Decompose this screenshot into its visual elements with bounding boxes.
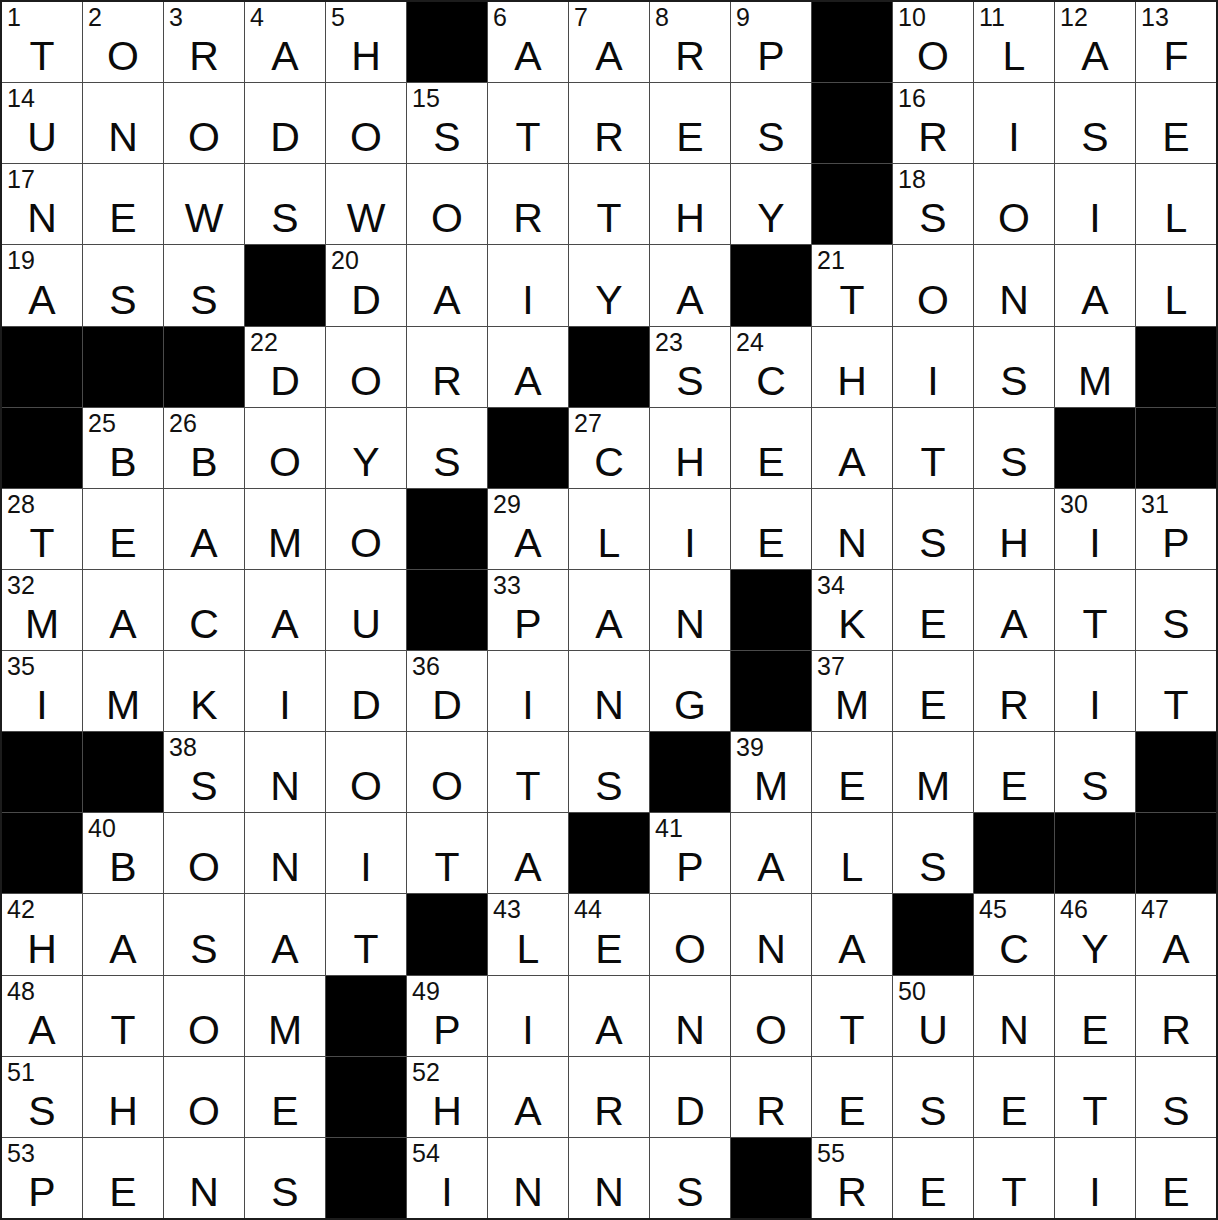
cell-r4c12[interactable]: O	[893, 245, 973, 325]
cell-r5c11[interactable]: H	[812, 327, 892, 407]
cell-letter: O	[407, 198, 487, 239]
cell-r5c7[interactable]: A	[488, 327, 568, 407]
cell-r8c14[interactable]: T	[1055, 570, 1135, 650]
cell-r9c3[interactable]: K	[164, 651, 244, 731]
cell-letter: I	[1055, 685, 1135, 726]
cell-r10c5[interactable]: O	[326, 732, 406, 812]
cell-r3c13[interactable]: O	[974, 164, 1054, 244]
cell-letter: O	[326, 117, 406, 158]
cell-r3c12[interactable]: 18S	[893, 164, 973, 244]
cell-r4c11[interactable]: 21T	[812, 245, 892, 325]
cell-letter: S	[893, 1091, 973, 1132]
cell-r6c9[interactable]: H	[650, 408, 730, 488]
black-cell-r10c2	[83, 732, 163, 812]
cell-r15c7[interactable]: N	[488, 1138, 568, 1218]
cell-r15c9[interactable]: S	[650, 1138, 730, 1218]
clue-number: 50	[898, 978, 926, 1004]
cell-r4c13[interactable]: N	[974, 245, 1054, 325]
cell-letter: E	[812, 1091, 892, 1132]
cell-r15c4[interactable]: S	[245, 1138, 325, 1218]
cell-letter: P	[1136, 523, 1216, 564]
cell-r1c1[interactable]: 1T	[2, 2, 82, 82]
cell-r2c2[interactable]: N	[83, 83, 163, 163]
clue-number: 10	[898, 4, 926, 30]
cell-letter: R	[488, 198, 568, 239]
cell-r7c9[interactable]: I	[650, 489, 730, 569]
cell-r13c9[interactable]: N	[650, 976, 730, 1056]
cell-r11c6[interactable]: T	[407, 813, 487, 893]
cell-r12c5[interactable]: T	[326, 894, 406, 974]
cell-r15c1[interactable]: 53P	[2, 1138, 82, 1218]
clue-number: 48	[7, 978, 35, 1004]
cell-r10c3[interactable]: 38S	[164, 732, 244, 812]
cell-letter: S	[164, 929, 244, 970]
cell-r12c8[interactable]: 44E	[569, 894, 649, 974]
cell-letter: A	[83, 929, 163, 970]
cell-r10c7[interactable]: T	[488, 732, 568, 812]
clue-number: 47	[1141, 896, 1169, 922]
cell-r6c12[interactable]: T	[893, 408, 973, 488]
black-cell-r1c11	[812, 2, 892, 82]
cell-letter: R	[407, 361, 487, 402]
cell-letter: L	[1136, 198, 1216, 239]
clue-number: 41	[655, 815, 683, 841]
cell-letter: E	[812, 766, 892, 807]
black-cell-r7c6	[407, 489, 487, 569]
cell-r11c11[interactable]: L	[812, 813, 892, 893]
cell-r10c12[interactable]: M	[893, 732, 973, 812]
cell-letter: A	[488, 847, 568, 888]
clue-number: 26	[169, 410, 197, 436]
cell-r7c5[interactable]: O	[326, 489, 406, 569]
cell-r5c13[interactable]: S	[974, 327, 1054, 407]
cell-r4c6[interactable]: A	[407, 245, 487, 325]
clue-number: 27	[574, 410, 602, 436]
cell-r1c13[interactable]: 11L	[974, 2, 1054, 82]
cell-r9c9[interactable]: G	[650, 651, 730, 731]
clue-number: 5	[331, 4, 345, 30]
cell-r6c10[interactable]: E	[731, 408, 811, 488]
cell-r6c6[interactable]: S	[407, 408, 487, 488]
cell-letter: E	[893, 1172, 973, 1213]
cell-letter: H	[83, 1091, 163, 1132]
cell-r12c13[interactable]: 45C	[974, 894, 1054, 974]
cell-r10c11[interactable]: E	[812, 732, 892, 812]
cell-r2c8[interactable]: R	[569, 83, 649, 163]
cell-r14c7[interactable]: A	[488, 1057, 568, 1137]
cell-r4c3[interactable]: S	[164, 245, 244, 325]
clue-number: 25	[88, 410, 116, 436]
cell-r5c9[interactable]: 23S	[650, 327, 730, 407]
cell-r3c3[interactable]: W	[164, 164, 244, 244]
cell-r2c13[interactable]: I	[974, 83, 1054, 163]
cell-r12c3[interactable]: S	[164, 894, 244, 974]
cell-r15c14[interactable]: I	[1055, 1138, 1135, 1218]
cell-letter: U	[2, 117, 82, 158]
cell-r2c9[interactable]: E	[650, 83, 730, 163]
cell-r1c10[interactable]: 9P	[731, 2, 811, 82]
cell-r3c9[interactable]: H	[650, 164, 730, 244]
clue-number: 35	[7, 653, 35, 679]
cell-letter: M	[2, 604, 82, 645]
cell-r15c13[interactable]: T	[974, 1138, 1054, 1218]
cell-letter: H	[650, 442, 730, 483]
cell-letter: T	[974, 1172, 1054, 1213]
cell-r15c15[interactable]: E	[1136, 1138, 1216, 1218]
crossword-grid: 1T2O3R4A5H6A7A8R9P10O11L12A13F14UNODO15S…	[0, 0, 1218, 1220]
cell-r4c15[interactable]: L	[1136, 245, 1216, 325]
cell-r1c2[interactable]: 2O	[83, 2, 163, 82]
cell-r11c9[interactable]: 41P	[650, 813, 730, 893]
cell-r15c2[interactable]: E	[83, 1138, 163, 1218]
cell-letter: S	[893, 523, 973, 564]
cell-r13c12[interactable]: 50U	[893, 976, 973, 1056]
cell-r7c7[interactable]: 29A	[488, 489, 568, 569]
clue-number: 23	[655, 329, 683, 355]
cell-r6c11[interactable]: A	[812, 408, 892, 488]
cell-r14c1[interactable]: 51S	[2, 1057, 82, 1137]
cell-letter: E	[1136, 1172, 1216, 1213]
cell-r12c2[interactable]: A	[83, 894, 163, 974]
cell-r2c15[interactable]: E	[1136, 83, 1216, 163]
cell-r2c1[interactable]: 14U	[2, 83, 82, 163]
cell-letter: L	[812, 847, 892, 888]
cell-letter: W	[164, 198, 244, 239]
cell-r8c5[interactable]: U	[326, 570, 406, 650]
cell-r4c7[interactable]: I	[488, 245, 568, 325]
cell-r8c15[interactable]: S	[1136, 570, 1216, 650]
cell-r14c12[interactable]: S	[893, 1057, 973, 1137]
cell-r2c6[interactable]: 15S	[407, 83, 487, 163]
cell-r8c4[interactable]: A	[245, 570, 325, 650]
cell-r3c2[interactable]: E	[83, 164, 163, 244]
cell-r1c7[interactable]: 6A	[488, 2, 568, 82]
cell-r9c14[interactable]: I	[1055, 651, 1135, 731]
cell-r9c5[interactable]: D	[326, 651, 406, 731]
cell-r7c4[interactable]: M	[245, 489, 325, 569]
cell-letter: N	[164, 1172, 244, 1213]
cell-r14c9[interactable]: D	[650, 1057, 730, 1137]
black-cell-r14c5	[326, 1057, 406, 1137]
clue-number: 37	[817, 653, 845, 679]
black-cell-r1c6	[407, 2, 487, 82]
cell-r9c11[interactable]: 37M	[812, 651, 892, 731]
cell-r4c1[interactable]: 19A	[2, 245, 82, 325]
cell-letter: S	[569, 766, 649, 807]
cell-r8c3[interactable]: C	[164, 570, 244, 650]
cell-letter: N	[974, 1010, 1054, 1051]
cell-r7c15[interactable]: 31P	[1136, 489, 1216, 569]
cell-letter: T	[407, 847, 487, 888]
cell-r6c3[interactable]: 26B	[164, 408, 244, 488]
cell-r11c7[interactable]: A	[488, 813, 568, 893]
cell-letter: I	[2, 685, 82, 726]
cell-letter: R	[650, 36, 730, 77]
cell-r13c2[interactable]: T	[83, 976, 163, 1056]
cell-letter: S	[83, 280, 163, 321]
cell-letter: C	[974, 929, 1054, 970]
cell-r13c6[interactable]: 49P	[407, 976, 487, 1056]
cell-r12c4[interactable]: A	[245, 894, 325, 974]
cell-r8c12[interactable]: E	[893, 570, 973, 650]
cell-r8c1[interactable]: 32M	[2, 570, 82, 650]
cell-r1c12[interactable]: 10O	[893, 2, 973, 82]
cell-r2c3[interactable]: O	[164, 83, 244, 163]
cell-letter: K	[812, 604, 892, 645]
cell-r8c8[interactable]: A	[569, 570, 649, 650]
cell-r9c6[interactable]: 36D	[407, 651, 487, 731]
cell-r11c5[interactable]: I	[326, 813, 406, 893]
clue-number: 31	[1141, 491, 1169, 517]
cell-r15c12[interactable]: E	[893, 1138, 973, 1218]
cell-r13c10[interactable]: O	[731, 976, 811, 1056]
cell-r9c13[interactable]: R	[974, 651, 1054, 731]
cell-letter: N	[569, 685, 649, 726]
cell-letter: A	[488, 361, 568, 402]
cell-r1c5[interactable]: 5H	[326, 2, 406, 82]
cell-letter: D	[407, 685, 487, 726]
cell-r3c5[interactable]: W	[326, 164, 406, 244]
cell-r14c4[interactable]: E	[245, 1057, 325, 1137]
cell-r7c8[interactable]: L	[569, 489, 649, 569]
cell-r10c4[interactable]: N	[245, 732, 325, 812]
cell-r4c9[interactable]: A	[650, 245, 730, 325]
cell-r12c10[interactable]: N	[731, 894, 811, 974]
clue-number: 55	[817, 1140, 845, 1166]
clue-number: 39	[736, 734, 764, 760]
cell-r8c7[interactable]: 33P	[488, 570, 568, 650]
cell-r6c4[interactable]: O	[245, 408, 325, 488]
cell-r9c1[interactable]: 35I	[2, 651, 82, 731]
cell-letter: H	[974, 523, 1054, 564]
cell-r4c2[interactable]: S	[83, 245, 163, 325]
cell-r5c14[interactable]: M	[1055, 327, 1135, 407]
clue-number: 22	[250, 329, 278, 355]
cell-r4c5[interactable]: 20D	[326, 245, 406, 325]
cell-r13c8[interactable]: A	[569, 976, 649, 1056]
black-cell-r6c14	[1055, 408, 1135, 488]
cell-r3c15[interactable]: L	[1136, 164, 1216, 244]
cell-letter: U	[893, 1010, 973, 1051]
cell-r1c4[interactable]: 4A	[245, 2, 325, 82]
cell-r10c10[interactable]: 39M	[731, 732, 811, 812]
cell-letter: N	[488, 1172, 568, 1213]
cell-letter: O	[407, 766, 487, 807]
cell-letter: L	[488, 929, 568, 970]
cell-letter: S	[974, 442, 1054, 483]
cell-r8c2[interactable]: A	[83, 570, 163, 650]
cell-r1c9[interactable]: 8R	[650, 2, 730, 82]
cell-letter: S	[893, 198, 973, 239]
cell-letter: S	[245, 1172, 325, 1213]
cell-r11c10[interactable]: A	[731, 813, 811, 893]
cell-r10c6[interactable]: O	[407, 732, 487, 812]
cell-r11c4[interactable]: N	[245, 813, 325, 893]
cell-r3c1[interactable]: 17N	[2, 164, 82, 244]
cell-r1c3[interactable]: 3R	[164, 2, 244, 82]
cell-r7c1[interactable]: 28T	[2, 489, 82, 569]
cell-letter: P	[2, 1172, 82, 1213]
cell-r3c10[interactable]: Y	[731, 164, 811, 244]
cell-r13c15[interactable]: R	[1136, 976, 1216, 1056]
cell-r7c13[interactable]: H	[974, 489, 1054, 569]
cell-r14c8[interactable]: R	[569, 1057, 649, 1137]
cell-letter: A	[812, 442, 892, 483]
cell-r10c13[interactable]: E	[974, 732, 1054, 812]
cell-r5c5[interactable]: O	[326, 327, 406, 407]
cell-r14c14[interactable]: T	[1055, 1057, 1135, 1137]
cell-r15c3[interactable]: N	[164, 1138, 244, 1218]
clue-number: 30	[1060, 491, 1088, 517]
cell-r3c14[interactable]: I	[1055, 164, 1135, 244]
cell-r3c7[interactable]: R	[488, 164, 568, 244]
cell-r8c13[interactable]: A	[974, 570, 1054, 650]
cell-letter: S	[1136, 604, 1216, 645]
cell-r9c4[interactable]: I	[245, 651, 325, 731]
cell-r14c10[interactable]: R	[731, 1057, 811, 1137]
cell-r10c8[interactable]: S	[569, 732, 649, 812]
cell-r2c14[interactable]: S	[1055, 83, 1135, 163]
black-cell-r8c6	[407, 570, 487, 650]
cell-letter: R	[731, 1091, 811, 1132]
cell-letter: I	[488, 685, 568, 726]
black-cell-r10c1	[2, 732, 82, 812]
cell-r3c6[interactable]: O	[407, 164, 487, 244]
cell-r12c14[interactable]: 46Y	[1055, 894, 1135, 974]
cell-letter: A	[650, 280, 730, 321]
cell-r5c12[interactable]: I	[893, 327, 973, 407]
cell-r7c3[interactable]: A	[164, 489, 244, 569]
cell-letter: S	[650, 1172, 730, 1213]
cell-r4c8[interactable]: Y	[569, 245, 649, 325]
cell-r7c12[interactable]: S	[893, 489, 973, 569]
cell-r3c4[interactable]: S	[245, 164, 325, 244]
cell-r6c13[interactable]: S	[974, 408, 1054, 488]
clue-number: 14	[7, 85, 35, 111]
clue-number: 40	[88, 815, 116, 841]
cell-r13c1[interactable]: 48A	[2, 976, 82, 1056]
cell-r9c7[interactable]: I	[488, 651, 568, 731]
cell-r13c4[interactable]: M	[245, 976, 325, 1056]
black-cell-r6c15	[1136, 408, 1216, 488]
cell-letter: A	[164, 523, 244, 564]
cell-r4c14[interactable]: A	[1055, 245, 1135, 325]
cell-r8c11[interactable]: 34K	[812, 570, 892, 650]
cell-r12c7[interactable]: 43L	[488, 894, 568, 974]
cell-r1c8[interactable]: 7A	[569, 2, 649, 82]
cell-r15c11[interactable]: 55R	[812, 1138, 892, 1218]
cell-r7c11[interactable]: N	[812, 489, 892, 569]
cell-r2c4[interactable]: D	[245, 83, 325, 163]
black-cell-r10c9	[650, 732, 730, 812]
cell-r7c10[interactable]: E	[731, 489, 811, 569]
clue-number: 29	[493, 491, 521, 517]
cell-r9c15[interactable]: T	[1136, 651, 1216, 731]
cell-letter: N	[812, 523, 892, 564]
cell-r12c11[interactable]: A	[812, 894, 892, 974]
cell-letter: R	[893, 117, 973, 158]
cell-letter: C	[569, 442, 649, 483]
cell-letter: I	[974, 117, 1054, 158]
cell-r2c7[interactable]: T	[488, 83, 568, 163]
cell-letter: E	[974, 766, 1054, 807]
cell-letter: T	[812, 1010, 892, 1051]
cell-r15c6[interactable]: 54I	[407, 1138, 487, 1218]
cell-r5c10[interactable]: 24C	[731, 327, 811, 407]
black-cell-r10c15	[1136, 732, 1216, 812]
cell-r15c8[interactable]: N	[569, 1138, 649, 1218]
cell-r12c9[interactable]: O	[650, 894, 730, 974]
cell-r9c12[interactable]: E	[893, 651, 973, 731]
cell-r6c8[interactable]: 27C	[569, 408, 649, 488]
cell-letter: O	[164, 1010, 244, 1051]
cell-r7c14[interactable]: 30I	[1055, 489, 1135, 569]
cell-r12c1[interactable]: 42H	[2, 894, 82, 974]
cell-r13c14[interactable]: E	[1055, 976, 1135, 1056]
cell-r7c2[interactable]: E	[83, 489, 163, 569]
cell-r12c15[interactable]: 47A	[1136, 894, 1216, 974]
cell-r13c11[interactable]: T	[812, 976, 892, 1056]
cell-r8c9[interactable]: N	[650, 570, 730, 650]
cell-r14c3[interactable]: O	[164, 1057, 244, 1137]
cell-r14c13[interactable]: E	[974, 1057, 1054, 1137]
cell-r9c8[interactable]: N	[569, 651, 649, 731]
clue-number: 3	[169, 4, 183, 30]
cell-r1c14[interactable]: 12A	[1055, 2, 1135, 82]
cell-r2c12[interactable]: 16R	[893, 83, 973, 163]
cell-r11c12[interactable]: S	[893, 813, 973, 893]
cell-r6c5[interactable]: Y	[326, 408, 406, 488]
cell-r11c3[interactable]: O	[164, 813, 244, 893]
cell-r13c7[interactable]: I	[488, 976, 568, 1056]
black-cell-r11c13	[974, 813, 1054, 893]
cell-letter: Y	[731, 198, 811, 239]
cell-letter: I	[650, 523, 730, 564]
clue-number: 11	[979, 4, 1005, 30]
cell-r11c2[interactable]: 40B	[83, 813, 163, 893]
cell-letter: I	[245, 685, 325, 726]
black-cell-r9c10	[731, 651, 811, 731]
cell-r14c15[interactable]: S	[1136, 1057, 1216, 1137]
cell-r1c15[interactable]: 13F	[1136, 2, 1216, 82]
cell-r6c2[interactable]: 25B	[83, 408, 163, 488]
cell-r14c2[interactable]: H	[83, 1057, 163, 1137]
clue-number: 4	[250, 4, 264, 30]
cell-r2c10[interactable]: S	[731, 83, 811, 163]
cell-r5c4[interactable]: 22D	[245, 327, 325, 407]
black-cell-r11c14	[1055, 813, 1135, 893]
cell-r13c3[interactable]: O	[164, 976, 244, 1056]
cell-letter: D	[650, 1091, 730, 1132]
cell-r9c2[interactable]: M	[83, 651, 163, 731]
cell-letter: A	[407, 280, 487, 321]
cell-r10c14[interactable]: S	[1055, 732, 1135, 812]
clue-number: 24	[736, 329, 764, 355]
cell-r3c8[interactable]: T	[569, 164, 649, 244]
cell-letter: K	[164, 685, 244, 726]
black-cell-r5c15	[1136, 327, 1216, 407]
cell-letter: A	[569, 604, 649, 645]
cell-r13c13[interactable]: N	[974, 976, 1054, 1056]
cell-r2c5[interactable]: O	[326, 83, 406, 163]
cell-letter: S	[245, 198, 325, 239]
cell-letter: A	[245, 929, 325, 970]
cell-r5c6[interactable]: R	[407, 327, 487, 407]
cell-letter: C	[164, 604, 244, 645]
clue-number: 45	[979, 896, 1007, 922]
cell-r14c11[interactable]: E	[812, 1057, 892, 1137]
cell-r14c6[interactable]: 52H	[407, 1057, 487, 1137]
